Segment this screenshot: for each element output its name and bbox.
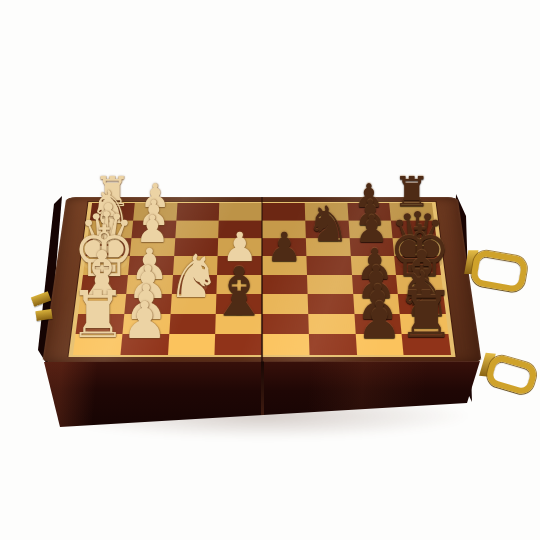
square-b4[interactable] xyxy=(218,220,262,238)
square-d1[interactable] xyxy=(83,256,130,275)
square-a6[interactable] xyxy=(304,203,348,220)
square-a4[interactable] xyxy=(219,203,262,220)
square-d8[interactable] xyxy=(394,256,441,275)
board-case-top xyxy=(42,197,481,362)
square-e4[interactable] xyxy=(217,275,262,294)
square-e8[interactable] xyxy=(396,275,443,294)
brass-clasp-lower-right[interactable] xyxy=(478,344,535,394)
square-d2[interactable] xyxy=(128,256,174,275)
square-g3[interactable] xyxy=(169,314,216,334)
square-h5[interactable] xyxy=(262,334,309,355)
square-c6[interactable] xyxy=(306,238,351,256)
square-f4[interactable] xyxy=(216,294,262,314)
square-d7[interactable] xyxy=(350,256,396,275)
square-d6[interactable] xyxy=(306,256,351,275)
square-a8[interactable] xyxy=(389,203,434,220)
square-c8[interactable] xyxy=(393,238,439,256)
square-e2[interactable] xyxy=(126,275,173,294)
square-h1[interactable] xyxy=(73,334,122,355)
square-h4[interactable] xyxy=(215,334,262,355)
square-g7[interactable] xyxy=(354,314,402,334)
square-f1[interactable] xyxy=(78,294,126,314)
square-g1[interactable] xyxy=(76,314,125,334)
square-g2[interactable] xyxy=(122,314,170,334)
fold-seam xyxy=(261,197,263,362)
square-e1[interactable] xyxy=(81,275,128,294)
square-a2[interactable] xyxy=(133,203,177,220)
square-c2[interactable] xyxy=(130,238,175,256)
square-f7[interactable] xyxy=(353,294,400,314)
square-b3[interactable] xyxy=(175,220,219,238)
square-d4[interactable] xyxy=(217,256,262,275)
square-f8[interactable] xyxy=(398,294,446,314)
square-d3[interactable] xyxy=(173,256,218,275)
brass-clasp-upper-right[interactable] xyxy=(463,242,523,291)
square-b5[interactable] xyxy=(262,220,306,238)
square-b8[interactable] xyxy=(391,220,436,238)
brass-loop-icon xyxy=(469,249,528,294)
square-c7[interactable] xyxy=(349,238,394,256)
square-g8[interactable] xyxy=(400,314,449,334)
square-e7[interactable] xyxy=(352,275,399,294)
square-b1[interactable] xyxy=(88,220,133,238)
square-h2[interactable] xyxy=(120,334,169,355)
square-h6[interactable] xyxy=(309,334,357,355)
square-b2[interactable] xyxy=(131,220,176,238)
square-c1[interactable] xyxy=(85,238,131,256)
square-b6[interactable] xyxy=(305,220,349,238)
square-d5[interactable] xyxy=(262,256,307,275)
square-a7[interactable] xyxy=(347,203,391,220)
square-f5[interactable] xyxy=(262,294,308,314)
square-e6[interactable] xyxy=(307,275,353,294)
square-a3[interactable] xyxy=(176,203,220,220)
square-g6[interactable] xyxy=(308,314,355,334)
square-b7[interactable] xyxy=(348,220,393,238)
square-g4[interactable] xyxy=(215,314,262,334)
square-g5[interactable] xyxy=(262,314,309,334)
square-f6[interactable] xyxy=(307,294,354,314)
photo-canvas: ♜♞♝♛♛♚♚♝♝♜♜♟♟♟♟♟♟♟♟♟♟♟♟♟♞♞♜♛♛♚♚♝♝♞♞♜♜♟♟♟… xyxy=(0,0,540,540)
square-c5[interactable] xyxy=(262,238,306,256)
square-c4[interactable] xyxy=(218,238,262,256)
square-e3[interactable] xyxy=(171,275,217,294)
square-h7[interactable] xyxy=(355,334,404,355)
square-f2[interactable] xyxy=(124,294,171,314)
square-h3[interactable] xyxy=(167,334,215,355)
square-a1[interactable] xyxy=(90,203,135,220)
square-h8[interactable] xyxy=(402,334,451,355)
square-f3[interactable] xyxy=(170,294,217,314)
brass-loop-icon xyxy=(484,353,539,397)
square-e5[interactable] xyxy=(262,275,307,294)
square-a5[interactable] xyxy=(262,203,305,220)
square-c3[interactable] xyxy=(174,238,219,256)
